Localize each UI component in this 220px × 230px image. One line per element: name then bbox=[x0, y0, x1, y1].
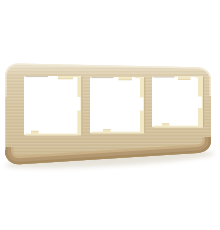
window-1-top-shadow bbox=[26, 76, 49, 77]
window-1-top-tab-edge bbox=[58, 79, 73, 80]
window-2-bottom-tab-edge bbox=[103, 129, 111, 130]
window-3-top-shadow bbox=[154, 77, 175, 78]
window-3-top-tab-edge bbox=[178, 79, 191, 80]
window-2-top-shadow bbox=[92, 77, 114, 78]
window-3-opening bbox=[152, 77, 204, 128]
window-2-top-tab-edge bbox=[119, 80, 133, 81]
window-2-bezel-edge bbox=[144, 77, 145, 133]
window-3-bottom-edge bbox=[154, 126, 202, 128]
window-1-claw-notch bbox=[77, 97, 81, 111]
window-2-opening bbox=[90, 77, 145, 133]
window-3-bottom-tab-edge bbox=[162, 123, 169, 124]
switch-frame-image bbox=[0, 0, 220, 230]
window-1-opening bbox=[24, 76, 82, 135]
product-photo bbox=[0, 0, 220, 230]
window-1-bottom-tab-edge bbox=[31, 131, 39, 132]
frame-window-3 bbox=[152, 77, 204, 128]
window-3-claw-notch bbox=[198, 97, 202, 109]
window-2-claw-notch bbox=[140, 98, 144, 111]
window-2-bottom-edge bbox=[92, 132, 143, 134]
window-3-bezel-edge bbox=[203, 77, 204, 127]
frame bbox=[5, 64, 211, 165]
frame-window-1 bbox=[24, 76, 82, 135]
window-1-bezel-edge bbox=[81, 76, 82, 135]
frame-window-2 bbox=[90, 77, 145, 133]
